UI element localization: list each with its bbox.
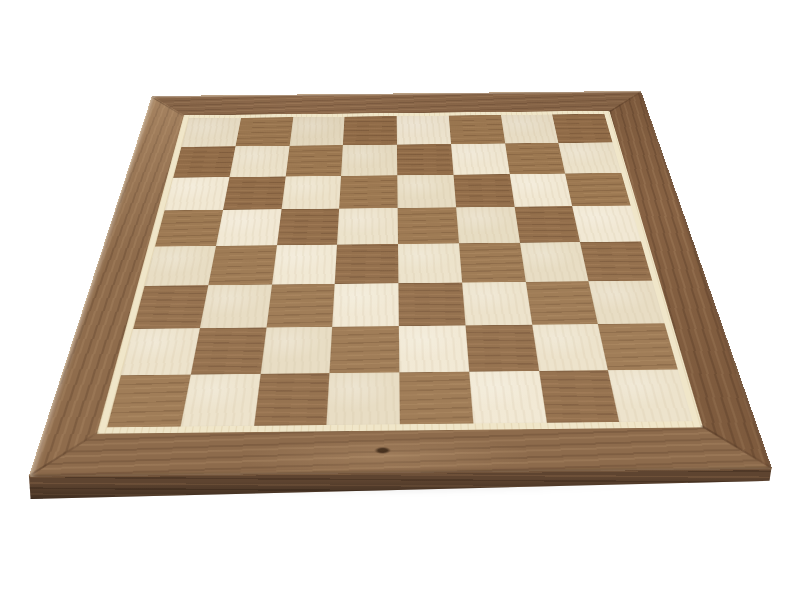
board-square[interactable]	[289, 117, 345, 146]
board-square[interactable]	[235, 117, 292, 146]
board-square[interactable]	[451, 143, 509, 174]
board-square[interactable]	[266, 284, 335, 327]
board-square[interactable]	[253, 373, 329, 425]
board-square[interactable]	[343, 116, 397, 145]
board-square[interactable]	[216, 209, 281, 246]
board-square[interactable]	[565, 173, 630, 207]
board-square[interactable]	[519, 242, 588, 282]
board-square[interactable]	[397, 144, 453, 175]
board-square[interactable]	[190, 327, 266, 375]
board-square[interactable]	[281, 176, 341, 210]
board-square[interactable]	[332, 283, 398, 326]
board-square[interactable]	[572, 206, 641, 242]
board-square[interactable]	[121, 328, 200, 376]
board-square[interactable]	[462, 282, 532, 325]
board-square[interactable]	[337, 208, 398, 245]
board-square[interactable]	[133, 285, 208, 328]
board-square[interactable]	[180, 374, 260, 426]
board-square[interactable]	[200, 284, 272, 327]
board-square[interactable]	[397, 174, 456, 208]
board-square[interactable]	[500, 115, 558, 144]
board-square[interactable]	[589, 280, 665, 323]
board-square[interactable]	[453, 174, 514, 208]
board-square[interactable]	[341, 144, 397, 175]
board-square[interactable]	[598, 323, 678, 370]
board-square[interactable]	[181, 118, 240, 147]
board-square[interactable]	[330, 326, 400, 374]
board-square[interactable]	[532, 324, 609, 371]
board-square[interactable]	[165, 177, 230, 211]
board-square[interactable]	[327, 373, 400, 425]
board-square[interactable]	[459, 243, 526, 283]
board-square[interactable]	[208, 245, 276, 285]
board-square[interactable]	[272, 245, 338, 285]
board-square[interactable]	[552, 114, 612, 143]
board-square[interactable]	[277, 209, 340, 246]
board-square[interactable]	[456, 207, 520, 243]
board-square[interactable]	[260, 326, 332, 374]
board-square[interactable]	[285, 145, 343, 176]
board-square[interactable]	[223, 176, 285, 210]
board-square[interactable]	[339, 175, 397, 209]
board-square[interactable]	[509, 173, 572, 207]
board-square[interactable]	[145, 246, 216, 286]
board-square[interactable]	[398, 282, 465, 325]
board-square[interactable]	[505, 143, 566, 174]
board-square[interactable]	[155, 210, 223, 247]
board-square[interactable]	[608, 370, 692, 422]
board-square[interactable]	[559, 142, 622, 173]
photo-stage	[0, 0, 800, 600]
board-square[interactable]	[398, 208, 459, 244]
board-square[interactable]	[399, 325, 469, 373]
board-square[interactable]	[399, 372, 473, 424]
board-square[interactable]	[398, 243, 462, 283]
board-tilt-group	[0, 0, 800, 600]
board-square[interactable]	[107, 375, 190, 428]
board-square[interactable]	[469, 371, 546, 423]
board-square[interactable]	[580, 241, 652, 281]
board-square[interactable]	[514, 206, 580, 242]
board-square[interactable]	[525, 281, 598, 324]
board-square[interactable]	[539, 370, 620, 422]
playing-field	[107, 114, 693, 427]
board-square[interactable]	[335, 244, 398, 284]
board-square[interactable]	[173, 146, 235, 177]
board-square[interactable]	[397, 116, 451, 145]
board-square[interactable]	[229, 146, 289, 177]
board-square[interactable]	[465, 324, 538, 372]
chess-board[interactable]	[29, 91, 772, 477]
board-square[interactable]	[449, 115, 505, 144]
